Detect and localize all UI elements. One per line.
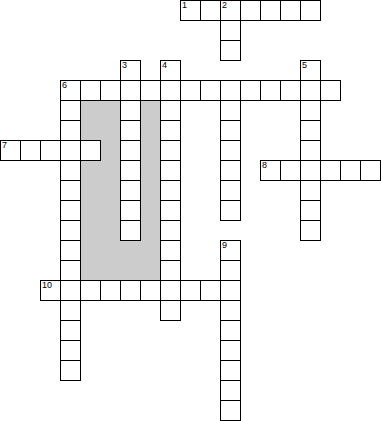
cell-r5-c11[interactable]: [220, 100, 241, 121]
blocked-cell-r9-c4: [80, 180, 101, 201]
cell-r5-c6[interactable]: [120, 100, 141, 121]
cell-r8-c15[interactable]: [300, 160, 321, 181]
cell-r0-c12[interactable]: [240, 0, 261, 21]
cell-r18-c11[interactable]: [220, 360, 241, 381]
cell-r4-c6[interactable]: [120, 80, 141, 101]
cell-r7-c15[interactable]: [300, 140, 321, 161]
cell-r10-c11[interactable]: [220, 200, 241, 221]
cell-r16-c3[interactable]: [60, 320, 81, 341]
cell-r8-c18[interactable]: [360, 160, 381, 181]
blocked-cell-r13-c7: [140, 260, 161, 281]
cell-r13-c11[interactable]: [220, 260, 241, 281]
cell-r10-c8[interactable]: [160, 200, 181, 221]
cell-r14-c11[interactable]: [220, 280, 241, 301]
cell-r0-c15[interactable]: [300, 0, 321, 21]
cell-r1-c11[interactable]: [220, 20, 241, 41]
cell-r14-c10[interactable]: [200, 280, 221, 301]
cell-r17-c3[interactable]: [60, 340, 81, 361]
cell-r0-c13[interactable]: [260, 0, 281, 21]
cell-r2-c11[interactable]: [220, 40, 241, 61]
blocked-cell-r11-c4: [80, 220, 101, 241]
cell-r6-c6[interactable]: [120, 120, 141, 141]
blocked-cell-r8-c5: [100, 160, 121, 181]
cell-r14-c7[interactable]: [140, 280, 161, 301]
cell-r14-c6[interactable]: [120, 280, 141, 301]
cell-r8-c14[interactable]: [280, 160, 301, 181]
cell-r15-c8[interactable]: [160, 300, 181, 321]
cell-r11-c6[interactable]: [120, 220, 141, 241]
blocked-cell-r13-c6: [120, 260, 141, 281]
cell-r0-c10[interactable]: [200, 0, 221, 21]
cell-r17-c11[interactable]: [220, 340, 241, 361]
cell-r5-c8[interactable]: [160, 100, 181, 121]
cell-r4-c4[interactable]: [80, 80, 101, 101]
cell-r9-c8[interactable]: [160, 180, 181, 201]
cell-r13-c3[interactable]: [60, 260, 81, 281]
cell-r12-c3[interactable]: [60, 240, 81, 261]
cell-r4-c14[interactable]: [280, 80, 301, 101]
cell-r18-c3[interactable]: [60, 360, 81, 381]
blocked-cell-r5-c7: [140, 100, 161, 121]
cell-r19-c11[interactable]: [220, 380, 241, 401]
blocked-cell-r6-c4: [80, 120, 101, 141]
cell-r8-c11[interactable]: [220, 160, 241, 181]
cell-r4-c7[interactable]: [140, 80, 161, 101]
cell-r10-c6[interactable]: [120, 200, 141, 221]
clue-number-6: 6: [62, 81, 67, 90]
clue-number-3: 3: [122, 61, 127, 70]
cell-r7-c11[interactable]: [220, 140, 241, 161]
cell-r5-c3[interactable]: [60, 100, 81, 121]
cell-r14-c3[interactable]: [60, 280, 81, 301]
cell-r14-c4[interactable]: [80, 280, 101, 301]
cell-r8-c6[interactable]: [120, 160, 141, 181]
blocked-cell-r8-c4: [80, 160, 101, 181]
cell-r11-c15[interactable]: [300, 220, 321, 241]
cell-r8-c3[interactable]: [60, 160, 81, 181]
cell-r10-c15[interactable]: [300, 200, 321, 221]
cell-r20-c11[interactable]: [220, 400, 241, 421]
cell-r9-c3[interactable]: [60, 180, 81, 201]
blocked-cell-r12-c6: [120, 240, 141, 261]
blocked-cell-r11-c5: [100, 220, 121, 241]
blocked-cell-r6-c7: [140, 120, 161, 141]
blocked-cell-r5-c4: [80, 100, 101, 121]
cell-r7-c3[interactable]: [60, 140, 81, 161]
cell-r15-c3[interactable]: [60, 300, 81, 321]
clue-number-10: 10: [42, 281, 52, 290]
cell-r10-c3[interactable]: [60, 200, 81, 221]
blocked-cell-r13-c5: [100, 260, 121, 281]
cell-r9-c15[interactable]: [300, 180, 321, 201]
cell-r4-c8[interactable]: [160, 80, 181, 101]
cell-r14-c9[interactable]: [180, 280, 201, 301]
cell-r9-c6[interactable]: [120, 180, 141, 201]
cell-r7-c8[interactable]: [160, 140, 181, 161]
cell-r5-c15[interactable]: [300, 100, 321, 121]
clue-number-9: 9: [222, 241, 227, 250]
cell-r13-c8[interactable]: [160, 260, 181, 281]
blocked-cell-r7-c7: [140, 140, 161, 161]
blocked-cell-r10-c4: [80, 200, 101, 221]
blocked-cell-r12-c7: [140, 240, 161, 261]
cell-r6-c11[interactable]: [220, 120, 241, 141]
cell-r11-c8[interactable]: [160, 220, 181, 241]
cell-r6-c3[interactable]: [60, 120, 81, 141]
cell-r15-c11[interactable]: [220, 300, 241, 321]
cell-r8-c8[interactable]: [160, 160, 181, 181]
blocked-cell-r6-c5: [100, 120, 121, 141]
clue-number-2: 2: [222, 1, 227, 10]
crossword-puzzle: 12345678910: [0, 0, 381, 421]
blocked-cell-r12-c5: [100, 240, 121, 261]
cell-r7-c2[interactable]: [40, 140, 61, 161]
cell-r4-c12[interactable]: [240, 80, 261, 101]
blocked-cell-r8-c7: [140, 160, 161, 181]
clue-number-5: 5: [302, 61, 307, 70]
cell-r4-c11[interactable]: [220, 80, 241, 101]
clue-number-8: 8: [262, 161, 267, 170]
blocked-cell-r10-c5: [100, 200, 121, 221]
clue-number-4: 4: [162, 61, 167, 70]
blocked-cell-r10-c7: [140, 200, 161, 221]
cell-r12-c8[interactable]: [160, 240, 181, 261]
cell-r4-c16[interactable]: [320, 80, 341, 101]
cell-r6-c15[interactable]: [300, 120, 321, 141]
blocked-cell-r9-c7: [140, 180, 161, 201]
clue-number-7: 7: [2, 141, 7, 150]
cell-r14-c5[interactable]: [100, 280, 121, 301]
cell-r4-c10[interactable]: [200, 80, 221, 101]
cell-r0-c14[interactable]: [280, 0, 301, 21]
cell-r7-c4[interactable]: [80, 140, 101, 161]
cell-r14-c8[interactable]: [160, 280, 181, 301]
cell-r8-c16[interactable]: [320, 160, 341, 181]
cell-r4-c5[interactable]: [100, 80, 121, 101]
blocked-cell-r11-c7: [140, 220, 161, 241]
blocked-cell-r13-c4: [80, 260, 101, 281]
cell-r7-c6[interactable]: [120, 140, 141, 161]
cell-r8-c17[interactable]: [340, 160, 361, 181]
cell-r4-c15[interactable]: [300, 80, 321, 101]
clue-number-1: 1: [182, 1, 187, 10]
cell-r4-c13[interactable]: [260, 80, 281, 101]
cell-r7-c1[interactable]: [20, 140, 41, 161]
blocked-cell-r9-c5: [100, 180, 121, 201]
blocked-cell-r5-c5: [100, 100, 121, 121]
blocked-cell-r7-c5: [100, 140, 121, 161]
cell-r16-c11[interactable]: [220, 320, 241, 341]
cell-r4-c9[interactable]: [180, 80, 201, 101]
cell-r11-c3[interactable]: [60, 220, 81, 241]
cell-r9-c11[interactable]: [220, 180, 241, 201]
crossword-board: 12345678910: [0, 0, 381, 421]
blocked-cell-r12-c4: [80, 240, 101, 261]
cell-r6-c8[interactable]: [160, 120, 181, 141]
